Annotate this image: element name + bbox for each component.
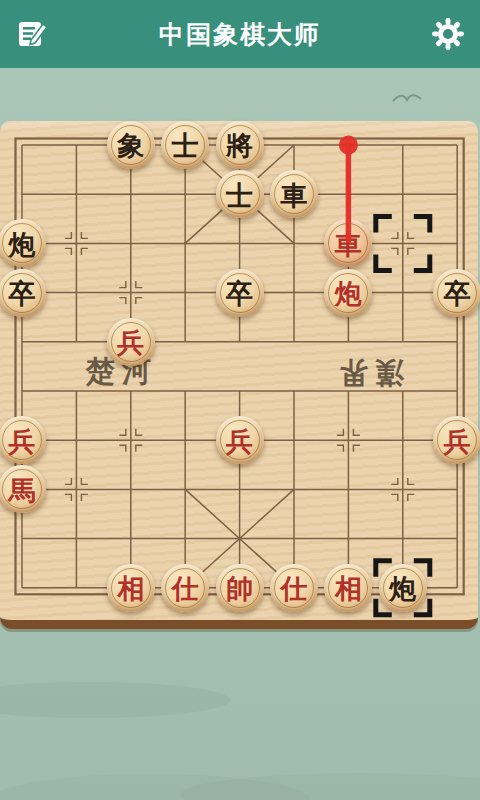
piece-black-f0r3[interactable]: 卒 xyxy=(0,269,46,317)
piece-black-f2r0[interactable]: 象 xyxy=(107,121,155,169)
piece-red-f2r4[interactable]: 兵 xyxy=(107,318,155,366)
piece-black-f4r1[interactable]: 士 xyxy=(216,170,264,218)
piece-char: 相 xyxy=(117,575,144,602)
piece-char: 相 xyxy=(335,575,362,602)
piece-char: 仕 xyxy=(172,575,199,602)
settings-gear-icon xyxy=(431,17,465,51)
piece-char: 兵 xyxy=(444,428,471,455)
piece-red-f6r2[interactable]: 車 xyxy=(324,219,372,267)
piece-char: 炮 xyxy=(389,575,416,602)
piece-black-f4r0[interactable]: 將 xyxy=(216,121,264,169)
notes-button[interactable] xyxy=(0,0,64,68)
piece-red-f8r6[interactable]: 兵 xyxy=(433,416,480,464)
piece-char: 士 xyxy=(226,182,253,209)
toolbar: 上一步 重试 下一步 xyxy=(0,665,480,800)
piece-char: 兵 xyxy=(9,428,36,455)
piece-red-f4r6[interactable]: 兵 xyxy=(216,416,264,464)
piece-black-f3r0[interactable]: 士 xyxy=(161,121,209,169)
piece-char: 卒 xyxy=(226,280,253,307)
piece-char: 士 xyxy=(172,132,199,159)
settings-button[interactable] xyxy=(416,0,480,68)
piece-red-f6r3[interactable]: 炮 xyxy=(324,269,372,317)
piece-red-f0r6[interactable]: 兵 xyxy=(0,416,46,464)
piece-black-f0r2[interactable]: 炮 xyxy=(0,219,46,267)
pieces-layer: 象士將士車炮卒卒卒炮車炮兵兵兵兵馬相仕帥仕相 xyxy=(0,120,480,612)
piece-black-f5r1[interactable]: 車 xyxy=(270,170,318,218)
piece-red-f4r9[interactable]: 帥 xyxy=(216,564,264,612)
piece-red-f5r9[interactable]: 仕 xyxy=(270,564,318,612)
piece-char: 車 xyxy=(280,182,307,209)
piece-char: 兵 xyxy=(226,428,253,455)
piece-char: 車 xyxy=(335,231,362,258)
piece-red-f0r7[interactable]: 馬 xyxy=(0,465,46,513)
piece-char: 卒 xyxy=(9,280,36,307)
piece-black-f8r3[interactable]: 卒 xyxy=(433,269,480,317)
piece-char: 兵 xyxy=(117,329,144,356)
piece-char: 帥 xyxy=(226,575,253,602)
piece-char: 炮 xyxy=(9,231,36,258)
piece-red-f2r9[interactable]: 相 xyxy=(107,564,155,612)
notes-edit-icon xyxy=(14,16,50,52)
app-screen: 中国象棋大师 xyxy=(0,0,480,800)
header: 中国象棋大师 xyxy=(0,0,480,68)
piece-char: 將 xyxy=(226,132,253,159)
piece-black-f4r3[interactable]: 卒 xyxy=(216,269,264,317)
piece-red-f3r9[interactable]: 仕 xyxy=(161,564,209,612)
piece-char: 馬 xyxy=(9,477,36,504)
piece-char: 卒 xyxy=(444,280,471,307)
piece-char: 象 xyxy=(117,132,144,159)
piece-black-f7r9[interactable]: 炮 xyxy=(379,564,427,612)
page-title: 中国象棋大师 xyxy=(159,18,321,51)
piece-red-f6r9[interactable]: 相 xyxy=(324,564,372,612)
piece-char: 炮 xyxy=(335,280,362,307)
piece-char: 仕 xyxy=(280,575,307,602)
